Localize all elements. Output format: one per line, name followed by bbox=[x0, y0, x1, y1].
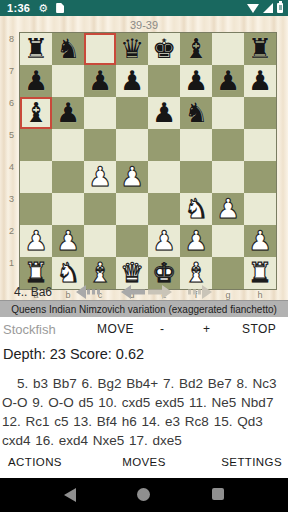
piece-h8: ♜ bbox=[248, 33, 272, 65]
square-d8[interactable]: ♛ bbox=[116, 33, 148, 65]
engine-depth-score: Depth: 23 Score: 0.62 bbox=[3, 346, 144, 362]
rank-label-6: 6 bbox=[0, 97, 18, 129]
bottom-menu: ACTIONS MOVES SETTINGS bbox=[0, 456, 288, 472]
square-d4[interactable]: ♟ bbox=[116, 161, 148, 193]
square-f2[interactable]: ♟ bbox=[180, 225, 212, 257]
piece-f6: ♞ bbox=[184, 97, 208, 129]
engine-plus-button[interactable]: + bbox=[203, 322, 210, 336]
piece-f3: ♞ bbox=[184, 193, 208, 225]
square-h4[interactable] bbox=[244, 161, 276, 193]
square-b2[interactable]: ♟ bbox=[52, 225, 84, 257]
android-nav-bar bbox=[0, 478, 288, 512]
square-g6[interactable] bbox=[212, 97, 244, 129]
piece-b6: ♟ bbox=[56, 97, 80, 129]
engine-move-button[interactable]: MOVE bbox=[97, 322, 134, 336]
piece-g3: ♟ bbox=[216, 193, 240, 225]
square-c7[interactable]: ♟ bbox=[84, 65, 116, 97]
square-e3[interactable] bbox=[148, 193, 180, 225]
rank-labels: 87654321 bbox=[0, 33, 18, 289]
piece-d7: ♟ bbox=[120, 65, 144, 97]
gear-icon: ⚙ bbox=[38, 0, 48, 16]
clock-time: 1:36 bbox=[7, 2, 30, 14]
square-g8[interactable] bbox=[212, 33, 244, 65]
piece-a6: ♝ bbox=[24, 97, 48, 129]
square-e5[interactable] bbox=[148, 129, 180, 161]
move-navigation: 4.. Ba6 bbox=[0, 284, 288, 300]
rank-label-5: 5 bbox=[0, 129, 18, 161]
square-c2[interactable] bbox=[84, 225, 116, 257]
piece-d4: ♟ bbox=[120, 161, 144, 193]
square-g2[interactable] bbox=[212, 225, 244, 257]
engine-controls: Stockfish MOVE - + STOP bbox=[0, 322, 288, 338]
square-f3[interactable]: ♞ bbox=[180, 193, 212, 225]
back-icon[interactable] bbox=[64, 488, 76, 502]
square-c5[interactable] bbox=[84, 129, 116, 161]
square-h3[interactable] bbox=[244, 193, 276, 225]
piece-h7: ♟ bbox=[248, 65, 272, 97]
square-g7[interactable]: ♟ bbox=[212, 65, 244, 97]
piece-f7: ♟ bbox=[184, 65, 208, 97]
square-a5[interactable] bbox=[20, 129, 52, 161]
square-d6[interactable] bbox=[116, 97, 148, 129]
move-list[interactable]: 5. b3 Bb7 6. Bg2 Bb4+ 7. Bd2 Be7 8. Nc3 … bbox=[0, 374, 288, 450]
square-d7[interactable]: ♟ bbox=[116, 65, 148, 97]
square-g4[interactable] bbox=[212, 161, 244, 193]
square-e4[interactable] bbox=[148, 161, 180, 193]
square-h2[interactable]: ♟ bbox=[244, 225, 276, 257]
piece-e6: ♟ bbox=[152, 97, 176, 129]
rank-label-2: 2 bbox=[0, 225, 18, 257]
square-b8[interactable]: ♞ bbox=[52, 33, 84, 65]
square-e8[interactable]: ♚ bbox=[148, 33, 180, 65]
piece-f2: ♟ bbox=[184, 225, 208, 257]
square-e2[interactable]: ♟ bbox=[148, 225, 180, 257]
square-c8[interactable] bbox=[84, 33, 116, 65]
piece-c7: ♟ bbox=[88, 65, 112, 97]
material-count: 39-39 bbox=[0, 19, 288, 31]
piece-g7: ♟ bbox=[216, 65, 240, 97]
square-b6[interactable]: ♟ bbox=[52, 97, 84, 129]
square-d5[interactable] bbox=[116, 129, 148, 161]
engine-minus-button[interactable]: - bbox=[160, 322, 164, 336]
battery-icon bbox=[277, 3, 283, 13]
square-f5[interactable] bbox=[180, 129, 212, 161]
square-b7[interactable] bbox=[52, 65, 84, 97]
square-b3[interactable] bbox=[52, 193, 84, 225]
piece-b8: ♞ bbox=[56, 33, 80, 65]
square-a8[interactable]: ♜ bbox=[20, 33, 52, 65]
home-icon[interactable] bbox=[137, 488, 150, 501]
square-h6[interactable] bbox=[244, 97, 276, 129]
square-d2[interactable] bbox=[116, 225, 148, 257]
square-f4[interactable] bbox=[180, 161, 212, 193]
go-to-start-button[interactable] bbox=[76, 285, 102, 299]
square-c6[interactable] bbox=[84, 97, 116, 129]
square-a6[interactable]: ♝ bbox=[20, 97, 52, 129]
square-a2[interactable]: ♟ bbox=[20, 225, 52, 257]
step-forward-button[interactable] bbox=[146, 285, 172, 299]
square-g5[interactable] bbox=[212, 129, 244, 161]
cell-signal-icon bbox=[263, 3, 273, 13]
piece-a2: ♟ bbox=[24, 225, 48, 257]
square-g3[interactable]: ♟ bbox=[212, 193, 244, 225]
sim-card-icon bbox=[56, 3, 64, 13]
recent-apps-icon[interactable] bbox=[212, 488, 224, 500]
square-a3[interactable] bbox=[20, 193, 52, 225]
board-area: 39-39 87654321 ♜♞♛♚♝♜♟♟♟♟♟♟♝♟♟♞♟♟♞♟♟♟♟♟♟… bbox=[0, 16, 288, 300]
square-e6[interactable]: ♟ bbox=[148, 97, 180, 129]
piece-a8: ♜ bbox=[24, 33, 48, 65]
status-bar: 1:36 ⚙ bbox=[0, 0, 288, 16]
current-move-label: 4.. Ba6 bbox=[14, 285, 52, 299]
square-a7[interactable]: ♟ bbox=[20, 65, 52, 97]
square-b5[interactable] bbox=[52, 129, 84, 161]
chess-board[interactable]: ♜♞♛♚♝♜♟♟♟♟♟♟♝♟♟♞♟♟♞♟♟♟♟♟♟♜♞♝♛♚♝♜ bbox=[20, 33, 276, 289]
piece-a7: ♟ bbox=[24, 65, 48, 97]
square-e7[interactable] bbox=[148, 65, 180, 97]
engine-name: Stockfish bbox=[3, 322, 56, 337]
square-h7[interactable]: ♟ bbox=[244, 65, 276, 97]
piece-b2: ♟ bbox=[56, 225, 80, 257]
square-c4[interactable]: ♟ bbox=[84, 161, 116, 193]
step-back-button[interactable] bbox=[121, 285, 147, 299]
piece-d8: ♛ bbox=[120, 33, 144, 65]
wifi-icon bbox=[247, 4, 259, 13]
opening-name-banner: Queens Indian Nimzovich variation (exagg… bbox=[0, 300, 288, 317]
piece-e8: ♚ bbox=[152, 33, 176, 65]
settings-menu-button[interactable]: SETTINGS bbox=[221, 456, 282, 468]
square-h5[interactable] bbox=[244, 129, 276, 161]
square-f8[interactable]: ♝ bbox=[180, 33, 212, 65]
square-h8[interactable]: ♜ bbox=[244, 33, 276, 65]
rank-label-8: 8 bbox=[0, 33, 18, 65]
square-d3[interactable] bbox=[116, 193, 148, 225]
piece-h2: ♟ bbox=[248, 225, 272, 257]
piece-c4: ♟ bbox=[88, 161, 112, 193]
square-f7[interactable]: ♟ bbox=[180, 65, 212, 97]
piece-f8: ♝ bbox=[184, 33, 208, 65]
piece-e2: ♟ bbox=[152, 225, 176, 257]
rank-label-7: 7 bbox=[0, 65, 18, 97]
square-c3[interactable] bbox=[84, 193, 116, 225]
square-b4[interactable] bbox=[52, 161, 84, 193]
square-f6[interactable]: ♞ bbox=[180, 97, 212, 129]
rank-label-4: 4 bbox=[0, 161, 18, 193]
go-to-end-button[interactable] bbox=[186, 285, 212, 299]
engine-stop-button[interactable]: STOP bbox=[242, 322, 276, 336]
square-a4[interactable] bbox=[20, 161, 52, 193]
rank-label-3: 3 bbox=[0, 193, 18, 225]
